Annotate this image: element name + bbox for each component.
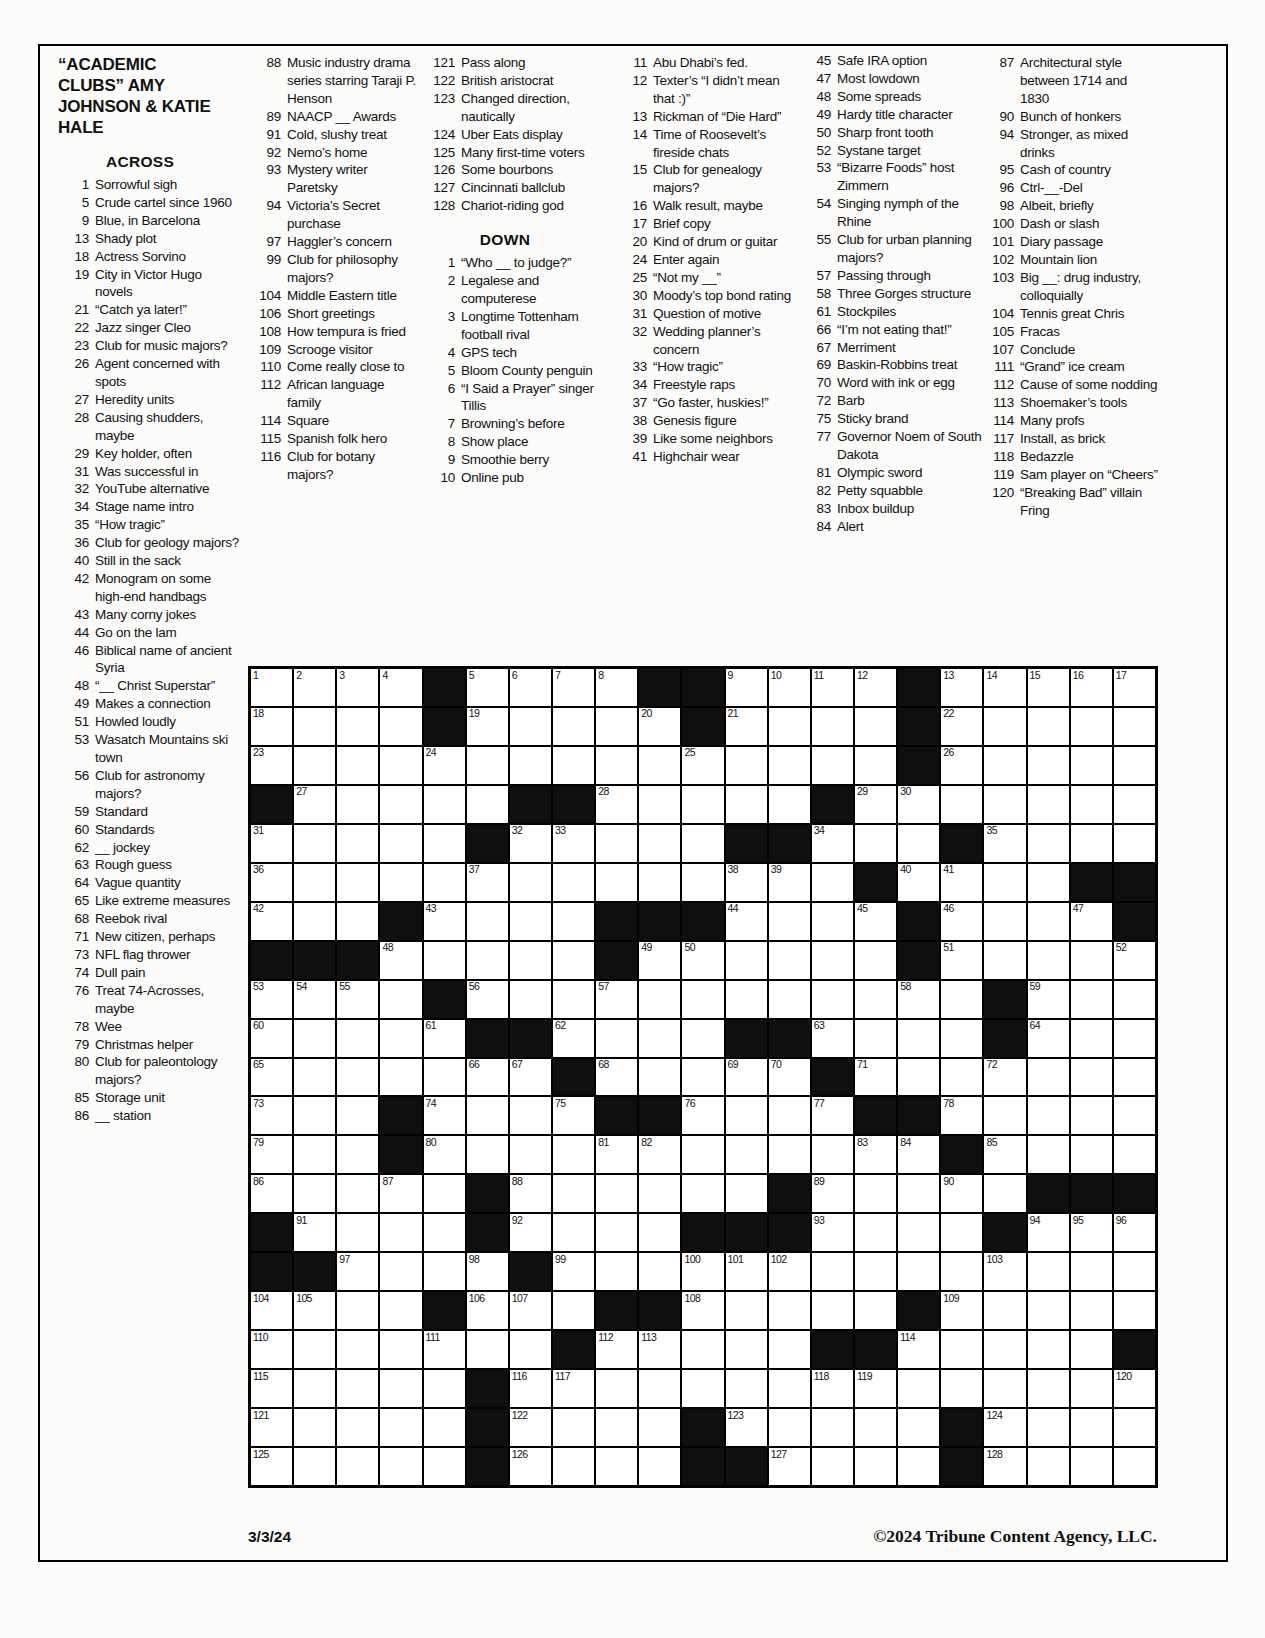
grid-cell-r15c3[interactable] (336, 1213, 379, 1252)
grid-cell-r9c4[interactable] (379, 980, 422, 1019)
grid-cell-r16c19[interactable] (1027, 1252, 1070, 1291)
grid-cell-r13c13[interactable] (768, 1135, 811, 1174)
grid-cell-r18c5[interactable]: 111 (423, 1330, 466, 1369)
grid-cell-r11c18[interactable]: 72 (983, 1058, 1026, 1097)
grid-cell-r3c4[interactable] (379, 746, 422, 785)
grid-cell-r7c3[interactable] (336, 902, 379, 941)
grid-cell-r9c20[interactable] (1070, 980, 1113, 1019)
grid-cell-r2c1[interactable]: 18 (250, 707, 293, 746)
grid-cell-r12c3[interactable] (336, 1096, 379, 1135)
grid-cell-r17c2[interactable]: 105 (293, 1291, 336, 1330)
grid-cell-r6c14[interactable] (811, 863, 854, 902)
grid-cell-r15c10[interactable] (638, 1213, 681, 1252)
grid-cell-r8c14[interactable] (811, 941, 854, 980)
grid-cell-r19c21[interactable]: 120 (1113, 1369, 1156, 1408)
grid-cell-r8c4[interactable]: 48 (379, 941, 422, 980)
grid-cell-r16c14[interactable] (811, 1252, 854, 1291)
grid-cell-r16c9[interactable] (595, 1252, 638, 1291)
grid-cell-r20c12[interactable]: 123 (725, 1408, 768, 1447)
grid-cell-r10c19[interactable]: 64 (1027, 1019, 1070, 1058)
grid-cell-r9c21[interactable] (1113, 980, 1156, 1019)
grid-cell-r2c10[interactable]: 20 (638, 707, 681, 746)
grid-cell-r13c10[interactable]: 82 (638, 1135, 681, 1174)
grid-cell-r2c4[interactable] (379, 707, 422, 746)
grid-cell-r12c20[interactable] (1070, 1096, 1113, 1135)
grid-cell-r3c5[interactable]: 24 (423, 746, 466, 785)
grid-cell-r6c12[interactable]: 38 (725, 863, 768, 902)
grid-cell-r18c7[interactable] (509, 1330, 552, 1369)
grid-cell-r4c20[interactable] (1070, 785, 1113, 824)
grid-cell-r19c3[interactable] (336, 1369, 379, 1408)
grid-cell-r6c13[interactable]: 39 (768, 863, 811, 902)
grid-cell-r5c14[interactable]: 34 (811, 824, 854, 863)
grid-cell-r15c5[interactable] (423, 1213, 466, 1252)
grid-cell-r13c1[interactable]: 79 (250, 1135, 293, 1174)
grid-cell-r16c20[interactable] (1070, 1252, 1113, 1291)
grid-cell-r8c10[interactable]: 49 (638, 941, 681, 980)
grid-cell-r12c11[interactable]: 76 (681, 1096, 724, 1135)
grid-cell-r21c19[interactable] (1027, 1447, 1070, 1486)
grid-cell-r20c1[interactable]: 121 (250, 1408, 293, 1447)
grid-cell-r16c15[interactable] (854, 1252, 897, 1291)
grid-cell-r17c20[interactable] (1070, 1291, 1113, 1330)
grid-cell-r12c14[interactable]: 77 (811, 1096, 854, 1135)
grid-cell-r1c18[interactable]: 14 (983, 668, 1026, 707)
grid-cell-r14c3[interactable] (336, 1174, 379, 1213)
grid-cell-r20c16[interactable] (897, 1408, 940, 1447)
grid-cell-r6c17[interactable]: 41 (940, 863, 983, 902)
grid-cell-r2c7[interactable] (509, 707, 552, 746)
grid-cell-r3c11[interactable]: 25 (681, 746, 724, 785)
grid-cell-r18c18[interactable] (983, 1330, 1026, 1369)
grid-cell-r20c21[interactable] (1113, 1408, 1156, 1447)
grid-cell-r18c12[interactable] (725, 1330, 768, 1369)
grid-cell-r16c5[interactable] (423, 1252, 466, 1291)
grid-cell-r7c12[interactable]: 44 (725, 902, 768, 941)
grid-cell-r15c15[interactable] (854, 1213, 897, 1252)
grid-cell-r12c5[interactable]: 74 (423, 1096, 466, 1135)
grid-cell-r3c21[interactable] (1113, 746, 1156, 785)
grid-cell-r14c8[interactable] (552, 1174, 595, 1213)
grid-cell-r11c21[interactable] (1113, 1058, 1156, 1097)
grid-cell-r14c5[interactable] (423, 1174, 466, 1213)
grid-cell-r21c7[interactable]: 126 (509, 1447, 552, 1486)
grid-cell-r1c8[interactable]: 7 (552, 668, 595, 707)
grid-cell-r6c1[interactable]: 36 (250, 863, 293, 902)
grid-cell-r21c13[interactable]: 127 (768, 1447, 811, 1486)
grid-cell-r18c2[interactable] (293, 1330, 336, 1369)
grid-cell-r5c10[interactable] (638, 824, 681, 863)
grid-cell-r19c1[interactable]: 115 (250, 1369, 293, 1408)
grid-cell-r6c4[interactable] (379, 863, 422, 902)
grid-cell-r12c13[interactable] (768, 1096, 811, 1135)
grid-cell-r2c19[interactable] (1027, 707, 1070, 746)
grid-cell-r14c11[interactable] (681, 1174, 724, 1213)
grid-cell-r20c5[interactable] (423, 1408, 466, 1447)
grid-cell-r3c14[interactable] (811, 746, 854, 785)
grid-cell-r1c4[interactable]: 4 (379, 668, 422, 707)
grid-cell-r2c6[interactable]: 19 (466, 707, 509, 746)
grid-cell-r21c18[interactable]: 128 (983, 1447, 1026, 1486)
grid-cell-r6c8[interactable] (552, 863, 595, 902)
grid-cell-r8c15[interactable] (854, 941, 897, 980)
grid-cell-r2c21[interactable] (1113, 707, 1156, 746)
grid-cell-r17c11[interactable]: 108 (681, 1291, 724, 1330)
grid-cell-r9c14[interactable] (811, 980, 854, 1019)
grid-cell-r6c2[interactable] (293, 863, 336, 902)
grid-cell-r6c3[interactable] (336, 863, 379, 902)
grid-cell-r18c13[interactable] (768, 1330, 811, 1369)
grid-cell-r21c8[interactable] (552, 1447, 595, 1486)
grid-cell-r4c21[interactable] (1113, 785, 1156, 824)
grid-cell-r16c18[interactable]: 103 (983, 1252, 1026, 1291)
grid-cell-r16c11[interactable]: 100 (681, 1252, 724, 1291)
grid-cell-r4c18[interactable] (983, 785, 1026, 824)
grid-cell-r3c10[interactable] (638, 746, 681, 785)
grid-cell-r15c2[interactable]: 91 (293, 1213, 336, 1252)
grid-cell-r9c17[interactable] (940, 980, 983, 1019)
grid-cell-r18c10[interactable]: 113 (638, 1330, 681, 1369)
grid-cell-r10c3[interactable] (336, 1019, 379, 1058)
grid-cell-r9c19[interactable]: 59 (1027, 980, 1070, 1019)
grid-cell-r5c15[interactable] (854, 824, 897, 863)
grid-cell-r1c7[interactable]: 6 (509, 668, 552, 707)
grid-cell-r5c8[interactable]: 33 (552, 824, 595, 863)
grid-cell-r7c18[interactable] (983, 902, 1026, 941)
grid-cell-r7c6[interactable] (466, 902, 509, 941)
grid-cell-r20c13[interactable] (768, 1408, 811, 1447)
grid-cell-r7c5[interactable]: 43 (423, 902, 466, 941)
grid-cell-r12c6[interactable] (466, 1096, 509, 1135)
grid-cell-r15c9[interactable] (595, 1213, 638, 1252)
grid-cell-r6c9[interactable] (595, 863, 638, 902)
grid-cell-r2c8[interactable] (552, 707, 595, 746)
grid-cell-r1c2[interactable]: 2 (293, 668, 336, 707)
grid-cell-r7c8[interactable] (552, 902, 595, 941)
grid-cell-r3c8[interactable] (552, 746, 595, 785)
grid-cell-r10c21[interactable] (1113, 1019, 1156, 1058)
grid-cell-r10c9[interactable] (595, 1019, 638, 1058)
grid-cell-r2c17[interactable]: 22 (940, 707, 983, 746)
grid-cell-r6c10[interactable] (638, 863, 681, 902)
grid-cell-r21c4[interactable] (379, 1447, 422, 1486)
grid-cell-r12c1[interactable]: 73 (250, 1096, 293, 1135)
grid-cell-r5c20[interactable] (1070, 824, 1113, 863)
grid-cell-r20c18[interactable]: 124 (983, 1408, 1026, 1447)
grid-cell-r9c13[interactable] (768, 980, 811, 1019)
grid-cell-r21c3[interactable] (336, 1447, 379, 1486)
grid-cell-r19c19[interactable] (1027, 1369, 1070, 1408)
grid-cell-r11c10[interactable] (638, 1058, 681, 1097)
grid-cell-r20c20[interactable] (1070, 1408, 1113, 1447)
grid-cell-r1c17[interactable]: 13 (940, 668, 983, 707)
grid-cell-r12c7[interactable] (509, 1096, 552, 1135)
grid-cell-r3c3[interactable] (336, 746, 379, 785)
grid-cell-r6c11[interactable] (681, 863, 724, 902)
grid-cell-r9c3[interactable]: 55 (336, 980, 379, 1019)
grid-cell-r1c12[interactable]: 9 (725, 668, 768, 707)
grid-cell-r8c18[interactable] (983, 941, 1026, 980)
grid-cell-r6c5[interactable] (423, 863, 466, 902)
grid-cell-r13c2[interactable] (293, 1135, 336, 1174)
grid-cell-r11c19[interactable] (1027, 1058, 1070, 1097)
grid-cell-r14c16[interactable] (897, 1174, 940, 1213)
grid-cell-r3c1[interactable]: 23 (250, 746, 293, 785)
grid-cell-r17c19[interactable] (1027, 1291, 1070, 1330)
grid-cell-r9c2[interactable]: 54 (293, 980, 336, 1019)
grid-cell-r19c11[interactable] (681, 1369, 724, 1408)
grid-cell-r12c17[interactable]: 78 (940, 1096, 983, 1135)
grid-cell-r8c8[interactable] (552, 941, 595, 980)
grid-cell-r10c8[interactable]: 62 (552, 1019, 595, 1058)
grid-cell-r21c16[interactable] (897, 1447, 940, 1486)
grid-cell-r1c20[interactable]: 16 (1070, 668, 1113, 707)
grid-cell-r13c11[interactable] (681, 1135, 724, 1174)
grid-cell-r20c15[interactable] (854, 1408, 897, 1447)
grid-cell-r7c19[interactable] (1027, 902, 1070, 941)
grid-cell-r7c1[interactable]: 42 (250, 902, 293, 941)
grid-cell-r19c2[interactable] (293, 1369, 336, 1408)
grid-cell-r1c1[interactable]: 1 (250, 668, 293, 707)
grid-cell-r19c18[interactable] (983, 1369, 1026, 1408)
grid-cell-r13c14[interactable] (811, 1135, 854, 1174)
grid-cell-r20c19[interactable] (1027, 1408, 1070, 1447)
grid-cell-r9c16[interactable]: 58 (897, 980, 940, 1019)
grid-cell-r4c10[interactable] (638, 785, 681, 824)
grid-cell-r21c5[interactable] (423, 1447, 466, 1486)
grid-cell-r12c21[interactable] (1113, 1096, 1156, 1135)
grid-cell-r3c19[interactable] (1027, 746, 1070, 785)
grid-cell-r12c8[interactable]: 75 (552, 1096, 595, 1135)
grid-cell-r16c21[interactable] (1113, 1252, 1156, 1291)
grid-cell-r17c7[interactable]: 107 (509, 1291, 552, 1330)
grid-cell-r20c10[interactable] (638, 1408, 681, 1447)
grid-cell-r5c18[interactable]: 35 (983, 824, 1026, 863)
grid-cell-r10c16[interactable] (897, 1019, 940, 1058)
grid-cell-r14c17[interactable]: 90 (940, 1174, 983, 1213)
grid-cell-r11c7[interactable]: 67 (509, 1058, 552, 1097)
grid-cell-r13c18[interactable]: 85 (983, 1135, 1026, 1174)
grid-cell-r18c16[interactable]: 114 (897, 1330, 940, 1369)
grid-cell-r4c12[interactable] (725, 785, 768, 824)
grid-cell-r20c7[interactable]: 122 (509, 1408, 552, 1447)
grid-cell-r3c7[interactable] (509, 746, 552, 785)
grid-cell-r16c4[interactable] (379, 1252, 422, 1291)
grid-cell-r10c11[interactable] (681, 1019, 724, 1058)
grid-cell-r6c18[interactable] (983, 863, 1026, 902)
grid-cell-r4c4[interactable] (379, 785, 422, 824)
grid-cell-r9c15[interactable] (854, 980, 897, 1019)
grid-cell-r15c7[interactable]: 92 (509, 1213, 552, 1252)
grid-cell-r2c3[interactable] (336, 707, 379, 746)
grid-cell-r16c17[interactable] (940, 1252, 983, 1291)
grid-cell-r15c17[interactable] (940, 1213, 983, 1252)
grid-cell-r11c11[interactable] (681, 1058, 724, 1097)
grid-cell-r7c20[interactable]: 47 (1070, 902, 1113, 941)
grid-cell-r3c18[interactable] (983, 746, 1026, 785)
grid-cell-r2c15[interactable] (854, 707, 897, 746)
grid-cell-r4c13[interactable] (768, 785, 811, 824)
grid-cell-r1c3[interactable]: 3 (336, 668, 379, 707)
grid-cell-r18c17[interactable] (940, 1330, 983, 1369)
grid-cell-r19c10[interactable] (638, 1369, 681, 1408)
grid-cell-r10c2[interactable] (293, 1019, 336, 1058)
grid-cell-r17c12[interactable] (725, 1291, 768, 1330)
grid-cell-r16c10[interactable] (638, 1252, 681, 1291)
grid-cell-r5c11[interactable] (681, 824, 724, 863)
grid-cell-r21c14[interactable] (811, 1447, 854, 1486)
grid-cell-r19c4[interactable] (379, 1369, 422, 1408)
grid-cell-r6c6[interactable]: 37 (466, 863, 509, 902)
grid-cell-r8c7[interactable] (509, 941, 552, 980)
grid-cell-r11c16[interactable] (897, 1058, 940, 1097)
grid-cell-r11c9[interactable]: 68 (595, 1058, 638, 1097)
grid-cell-r9c6[interactable]: 56 (466, 980, 509, 1019)
grid-cell-r5c7[interactable]: 32 (509, 824, 552, 863)
grid-cell-r2c13[interactable] (768, 707, 811, 746)
grid-cell-r21c15[interactable] (854, 1447, 897, 1486)
grid-cell-r5c21[interactable] (1113, 824, 1156, 863)
grid-cell-r8c13[interactable] (768, 941, 811, 980)
grid-cell-r9c10[interactable] (638, 980, 681, 1019)
grid-cell-r21c1[interactable]: 125 (250, 1447, 293, 1486)
grid-cell-r13c8[interactable] (552, 1135, 595, 1174)
grid-cell-r9c9[interactable]: 57 (595, 980, 638, 1019)
grid-cell-r15c20[interactable]: 95 (1070, 1213, 1113, 1252)
grid-cell-r5c3[interactable] (336, 824, 379, 863)
grid-cell-r18c1[interactable]: 110 (250, 1330, 293, 1369)
grid-cell-r3c2[interactable] (293, 746, 336, 785)
grid-cell-r4c16[interactable]: 30 (897, 785, 940, 824)
grid-cell-r17c8[interactable] (552, 1291, 595, 1330)
grid-cell-r8c21[interactable]: 52 (1113, 941, 1156, 980)
grid-cell-r17c4[interactable] (379, 1291, 422, 1330)
grid-cell-r14c1[interactable]: 86 (250, 1174, 293, 1213)
grid-cell-r14c12[interactable] (725, 1174, 768, 1213)
grid-cell-r5c4[interactable] (379, 824, 422, 863)
grid-cell-r9c1[interactable]: 53 (250, 980, 293, 1019)
grid-cell-r12c12[interactable] (725, 1096, 768, 1135)
grid-cell-r17c21[interactable] (1113, 1291, 1156, 1330)
grid-cell-r13c19[interactable] (1027, 1135, 1070, 1174)
grid-cell-r4c9[interactable]: 28 (595, 785, 638, 824)
grid-cell-r11c13[interactable]: 70 (768, 1058, 811, 1097)
grid-cell-r6c7[interactable] (509, 863, 552, 902)
grid-cell-r21c20[interactable] (1070, 1447, 1113, 1486)
grid-cell-r6c19[interactable] (1027, 863, 1070, 902)
grid-cell-r17c14[interactable] (811, 1291, 854, 1330)
grid-cell-r4c15[interactable]: 29 (854, 785, 897, 824)
grid-cell-r11c17[interactable] (940, 1058, 983, 1097)
grid-cell-r15c4[interactable] (379, 1213, 422, 1252)
grid-cell-r1c21[interactable]: 17 (1113, 668, 1156, 707)
grid-cell-r17c6[interactable]: 106 (466, 1291, 509, 1330)
grid-cell-r13c21[interactable] (1113, 1135, 1156, 1174)
grid-cell-r14c14[interactable]: 89 (811, 1174, 854, 1213)
grid-cell-r5c16[interactable] (897, 824, 940, 863)
grid-cell-r5c5[interactable] (423, 824, 466, 863)
grid-cell-r11c3[interactable] (336, 1058, 379, 1097)
grid-cell-r7c7[interactable] (509, 902, 552, 941)
grid-cell-r19c20[interactable] (1070, 1369, 1113, 1408)
grid-cell-r5c9[interactable] (595, 824, 638, 863)
grid-cell-r17c13[interactable] (768, 1291, 811, 1330)
grid-cell-r1c6[interactable]: 5 (466, 668, 509, 707)
grid-cell-r14c4[interactable]: 87 (379, 1174, 422, 1213)
grid-cell-r3c9[interactable] (595, 746, 638, 785)
grid-cell-r19c16[interactable] (897, 1369, 940, 1408)
grid-cell-r20c9[interactable] (595, 1408, 638, 1447)
grid-cell-r21c10[interactable] (638, 1447, 681, 1486)
grid-cell-r18c3[interactable] (336, 1330, 379, 1369)
grid-cell-r19c12[interactable] (725, 1369, 768, 1408)
grid-cell-r20c3[interactable] (336, 1408, 379, 1447)
grid-cell-r11c2[interactable] (293, 1058, 336, 1097)
grid-cell-r5c2[interactable] (293, 824, 336, 863)
grid-cell-r19c14[interactable]: 118 (811, 1369, 854, 1408)
grid-cell-r4c3[interactable] (336, 785, 379, 824)
grid-cell-r10c20[interactable] (1070, 1019, 1113, 1058)
grid-cell-r2c20[interactable] (1070, 707, 1113, 746)
grid-cell-r19c17[interactable] (940, 1369, 983, 1408)
grid-cell-r11c5[interactable] (423, 1058, 466, 1097)
grid-cell-r18c11[interactable] (681, 1330, 724, 1369)
grid-cell-r11c4[interactable] (379, 1058, 422, 1097)
grid-cell-r10c5[interactable]: 61 (423, 1019, 466, 1058)
grid-cell-r10c1[interactable]: 60 (250, 1019, 293, 1058)
grid-cell-r13c6[interactable] (466, 1135, 509, 1174)
grid-cell-r3c15[interactable] (854, 746, 897, 785)
grid-cell-r2c9[interactable] (595, 707, 638, 746)
grid-cell-r14c15[interactable] (854, 1174, 897, 1213)
grid-cell-r5c19[interactable] (1027, 824, 1070, 863)
grid-cell-r2c18[interactable] (983, 707, 1026, 746)
grid-cell-r13c20[interactable] (1070, 1135, 1113, 1174)
grid-cell-r2c14[interactable] (811, 707, 854, 746)
grid-cell-r15c21[interactable]: 96 (1113, 1213, 1156, 1252)
grid-cell-r20c14[interactable] (811, 1408, 854, 1447)
grid-cell-r3c20[interactable] (1070, 746, 1113, 785)
grid-cell-r17c1[interactable]: 104 (250, 1291, 293, 1330)
grid-cell-r10c4[interactable] (379, 1019, 422, 1058)
grid-cell-r7c14[interactable] (811, 902, 854, 941)
grid-cell-r17c17[interactable]: 109 (940, 1291, 983, 1330)
grid-cell-r1c15[interactable]: 12 (854, 668, 897, 707)
grid-cell-r16c8[interactable]: 99 (552, 1252, 595, 1291)
grid-cell-r20c2[interactable] (293, 1408, 336, 1447)
grid-cell-r18c20[interactable] (1070, 1330, 1113, 1369)
grid-cell-r9c8[interactable] (552, 980, 595, 1019)
grid-cell-r7c15[interactable]: 45 (854, 902, 897, 941)
grid-cell-r19c15[interactable]: 119 (854, 1369, 897, 1408)
grid-cell-r18c6[interactable] (466, 1330, 509, 1369)
grid-cell-r13c9[interactable]: 81 (595, 1135, 638, 1174)
grid-cell-r7c13[interactable] (768, 902, 811, 941)
grid-cell-r21c21[interactable] (1113, 1447, 1156, 1486)
grid-cell-r20c4[interactable] (379, 1408, 422, 1447)
grid-cell-r1c9[interactable]: 8 (595, 668, 638, 707)
grid-cell-r10c10[interactable] (638, 1019, 681, 1058)
grid-cell-r14c2[interactable] (293, 1174, 336, 1213)
grid-cell-r6c16[interactable]: 40 (897, 863, 940, 902)
grid-cell-r3c13[interactable] (768, 746, 811, 785)
grid-cell-r11c6[interactable]: 66 (466, 1058, 509, 1097)
grid-cell-r3c17[interactable]: 26 (940, 746, 983, 785)
grid-cell-r16c6[interactable]: 98 (466, 1252, 509, 1291)
grid-cell-r1c14[interactable]: 11 (811, 668, 854, 707)
grid-cell-r13c3[interactable] (336, 1135, 379, 1174)
grid-cell-r8c17[interactable]: 51 (940, 941, 983, 980)
